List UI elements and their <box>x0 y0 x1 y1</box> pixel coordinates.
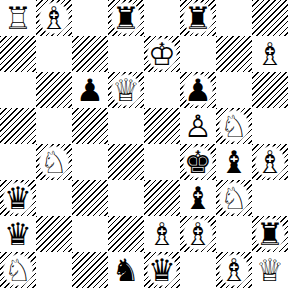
piece-white-queen[interactable]: ♕ <box>110 73 142 107</box>
piece-white-bishop[interactable]: ♗ <box>254 145 286 179</box>
square-f1[interactable] <box>180 252 216 288</box>
square-g8[interactable] <box>216 0 252 36</box>
square-e5[interactable] <box>144 108 180 144</box>
square-d4[interactable] <box>108 144 144 180</box>
piece-black-bishop[interactable]: ♝ <box>218 145 250 179</box>
square-e4[interactable] <box>144 144 180 180</box>
piece-black-rook[interactable]: ♜ <box>110 1 142 35</box>
square-e3[interactable] <box>144 180 180 216</box>
square-c8[interactable] <box>72 0 108 36</box>
square-a6[interactable] <box>0 72 36 108</box>
square-b8[interactable]: ♗ <box>36 0 72 36</box>
piece-black-queen[interactable]: ♛ <box>146 253 178 287</box>
piece-black-queen[interactable]: ♛ <box>2 181 34 215</box>
piece-white-bishop[interactable]: ♗ <box>182 217 214 251</box>
square-c7[interactable] <box>72 36 108 72</box>
square-b3[interactable] <box>36 180 72 216</box>
square-f7[interactable] <box>180 36 216 72</box>
square-g3[interactable]: ♘ <box>216 180 252 216</box>
square-b7[interactable] <box>36 36 72 72</box>
square-c3[interactable] <box>72 180 108 216</box>
square-d2[interactable] <box>108 216 144 252</box>
square-b5[interactable] <box>36 108 72 144</box>
square-d1[interactable]: ♞ <box>108 252 144 288</box>
square-a5[interactable] <box>0 108 36 144</box>
square-h4[interactable]: ♗ <box>252 144 288 180</box>
square-c1[interactable] <box>72 252 108 288</box>
square-h1[interactable]: ♕ <box>252 252 288 288</box>
square-h7[interactable]: ♗ <box>252 36 288 72</box>
square-d3[interactable] <box>108 180 144 216</box>
square-b6[interactable] <box>36 72 72 108</box>
square-b4[interactable]: ♘ <box>36 144 72 180</box>
square-f4[interactable]: ♚ <box>180 144 216 180</box>
square-f2[interactable]: ♗ <box>180 216 216 252</box>
square-h8[interactable] <box>252 0 288 36</box>
piece-black-pawn[interactable]: ♟ <box>74 73 106 107</box>
piece-white-king[interactable]: ♔ <box>146 37 178 71</box>
square-a3[interactable]: ♛ <box>0 180 36 216</box>
square-d5[interactable] <box>108 108 144 144</box>
piece-white-bishop[interactable]: ♗ <box>146 217 178 251</box>
square-d7[interactable] <box>108 36 144 72</box>
piece-white-knight[interactable]: ♘ <box>38 145 70 179</box>
piece-white-knight[interactable]: ♘ <box>2 253 34 287</box>
square-a1[interactable]: ♘ <box>0 252 36 288</box>
piece-white-knight[interactable]: ♘ <box>218 109 250 143</box>
square-g5[interactable]: ♘ <box>216 108 252 144</box>
square-e7[interactable]: ♔ <box>144 36 180 72</box>
square-a7[interactable] <box>0 36 36 72</box>
piece-black-bishop[interactable]: ♝ <box>182 181 214 215</box>
square-c2[interactable] <box>72 216 108 252</box>
piece-black-queen[interactable]: ♛ <box>2 217 34 251</box>
square-h5[interactable] <box>252 108 288 144</box>
square-a4[interactable] <box>0 144 36 180</box>
square-f8[interactable]: ♜ <box>180 0 216 36</box>
piece-white-pawn[interactable]: ♙ <box>182 109 214 143</box>
square-c6[interactable]: ♟ <box>72 72 108 108</box>
piece-black-pawn[interactable]: ♟ <box>182 73 214 107</box>
square-c4[interactable] <box>72 144 108 180</box>
square-g2[interactable] <box>216 216 252 252</box>
square-e1[interactable]: ♛ <box>144 252 180 288</box>
piece-white-bishop[interactable]: ♗ <box>218 253 250 287</box>
piece-white-bishop[interactable]: ♗ <box>254 37 286 71</box>
square-e6[interactable] <box>144 72 180 108</box>
square-c5[interactable] <box>72 108 108 144</box>
square-b1[interactable] <box>36 252 72 288</box>
square-g1[interactable]: ♗ <box>216 252 252 288</box>
piece-white-rook[interactable]: ♖ <box>2 1 34 35</box>
square-g4[interactable]: ♝ <box>216 144 252 180</box>
square-f5[interactable]: ♙ <box>180 108 216 144</box>
square-f6[interactable]: ♟ <box>180 72 216 108</box>
square-f3[interactable]: ♝ <box>180 180 216 216</box>
square-h2[interactable]: ♜ <box>252 216 288 252</box>
square-h6[interactable] <box>252 72 288 108</box>
square-e8[interactable] <box>144 0 180 36</box>
piece-white-bishop[interactable]: ♗ <box>38 1 70 35</box>
piece-black-rook[interactable]: ♜ <box>254 217 286 251</box>
chess-board: ♖♗♜♜♔♗♟♕♟♙♘♘♚♝♗♛♝♘♛♗♗♜♘♞♛♗♕ <box>0 0 288 288</box>
square-g6[interactable] <box>216 72 252 108</box>
square-h3[interactable] <box>252 180 288 216</box>
square-b2[interactable] <box>36 216 72 252</box>
square-g7[interactable] <box>216 36 252 72</box>
piece-white-queen[interactable]: ♕ <box>254 253 286 287</box>
piece-black-rook[interactable]: ♜ <box>182 1 214 35</box>
piece-black-king[interactable]: ♚ <box>182 145 214 179</box>
piece-black-knight[interactable]: ♞ <box>110 253 142 287</box>
piece-white-knight[interactable]: ♘ <box>218 181 250 215</box>
square-d6[interactable]: ♕ <box>108 72 144 108</box>
square-a8[interactable]: ♖ <box>0 0 36 36</box>
square-d8[interactable]: ♜ <box>108 0 144 36</box>
square-e2[interactable]: ♗ <box>144 216 180 252</box>
square-a2[interactable]: ♛ <box>0 216 36 252</box>
